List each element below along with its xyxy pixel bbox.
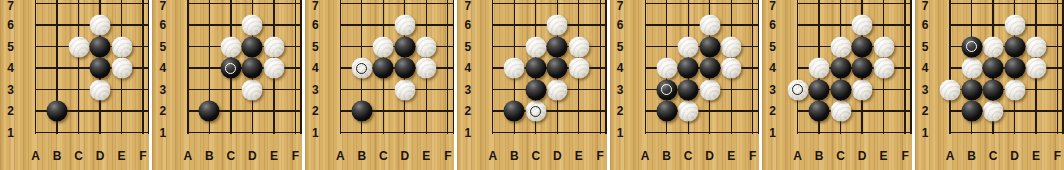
white-stone-E5	[416, 36, 437, 57]
row-label-6: 6	[2, 19, 19, 31]
grid-row-line-1	[35, 132, 150, 133]
go-board-panel-7: 7654321ABCDEF	[915, 0, 1064, 170]
white-stone-E4	[111, 58, 132, 79]
black-stone-B2	[809, 101, 830, 122]
black-stone-B5	[961, 36, 982, 57]
row-label-3: 3	[459, 84, 476, 96]
row-label-4: 4	[917, 62, 934, 74]
column-label-D: D	[244, 150, 261, 162]
column-label-E: E	[265, 150, 282, 162]
white-stone-D6	[90, 15, 111, 36]
black-stone-D5	[394, 36, 415, 57]
white-stone-B4	[504, 58, 525, 79]
go-board-panel-4: 7654321ABCDEF	[457, 0, 606, 170]
black-stone-D5	[852, 36, 873, 57]
column-label-F: F	[897, 150, 912, 162]
column-label-E: E	[1028, 150, 1045, 162]
last-move-marker-B5	[966, 41, 977, 52]
row-label-7: 7	[917, 0, 934, 12]
white-stone-C2	[678, 101, 699, 122]
grid-row-line-1	[187, 132, 302, 133]
row-label-6: 6	[917, 19, 934, 31]
column-label-D: D	[92, 150, 109, 162]
white-stone-B4	[351, 58, 372, 79]
black-stone-C4	[525, 58, 546, 79]
black-stone-C4	[678, 58, 699, 79]
column-label-D: D	[549, 150, 566, 162]
row-label-3: 3	[2, 84, 19, 96]
row-label-6: 6	[154, 19, 171, 31]
column-label-B: B	[658, 150, 675, 162]
row-label-7: 7	[2, 0, 19, 12]
black-stone-C3	[678, 79, 699, 100]
row-label-1: 1	[307, 127, 324, 139]
row-label-2: 2	[154, 105, 171, 117]
column-label-C: C	[375, 150, 392, 162]
white-stone-D3	[1004, 79, 1025, 100]
column-label-E: E	[418, 150, 435, 162]
black-stone-C4	[830, 58, 851, 79]
column-label-D: D	[701, 150, 718, 162]
row-label-7: 7	[307, 0, 324, 12]
black-stone-B2	[961, 101, 982, 122]
white-stone-C2	[525, 101, 546, 122]
column-label-A: A	[332, 150, 349, 162]
column-label-F: F	[439, 150, 454, 162]
row-label-3: 3	[307, 84, 324, 96]
white-stone-C5	[68, 36, 89, 57]
black-stone-D4	[1004, 58, 1025, 79]
black-stone-B2	[351, 101, 372, 122]
row-label-2: 2	[2, 105, 19, 117]
grid-row-line-1	[492, 132, 607, 133]
row-label-4: 4	[612, 62, 629, 74]
white-stone-D3	[699, 79, 720, 100]
black-stone-D5	[242, 36, 263, 57]
black-stone-D4	[90, 58, 111, 79]
row-label-5: 5	[307, 41, 324, 53]
column-label-B: B	[506, 150, 523, 162]
column-label-F: F	[592, 150, 607, 162]
column-label-F: F	[287, 150, 302, 162]
row-label-5: 5	[154, 41, 171, 53]
last-move-marker-B4	[356, 63, 367, 74]
white-stone-A3	[787, 79, 808, 100]
column-label-E: E	[723, 150, 740, 162]
white-stone-E4	[263, 58, 284, 79]
go-board-panel-6: 7654321ABCDEF	[762, 0, 911, 170]
go-board-panel-5: 7654321ABCDEF	[610, 0, 759, 170]
row-label-4: 4	[459, 62, 476, 74]
black-stone-D4	[547, 58, 568, 79]
row-label-1: 1	[2, 127, 19, 139]
white-stone-E5	[263, 36, 284, 57]
column-label-D: D	[396, 150, 413, 162]
white-stone-C5	[830, 36, 851, 57]
go-board-panel-2: 7654321ABCDEF	[152, 0, 301, 170]
white-stone-C2	[830, 101, 851, 122]
black-stone-D4	[242, 58, 263, 79]
black-stone-B2	[504, 101, 525, 122]
column-label-E: E	[875, 150, 892, 162]
row-label-2: 2	[764, 105, 781, 117]
last-move-marker-C4	[225, 63, 236, 74]
white-stone-B4	[961, 58, 982, 79]
column-label-B: B	[201, 150, 218, 162]
column-label-A: A	[637, 150, 654, 162]
white-stone-D6	[852, 15, 873, 36]
column-label-D: D	[1006, 150, 1023, 162]
row-label-1: 1	[612, 127, 629, 139]
black-stone-C3	[830, 79, 851, 100]
white-stone-D3	[90, 79, 111, 100]
white-stone-D3	[242, 79, 263, 100]
column-label-A: A	[789, 150, 806, 162]
last-move-marker-C2	[530, 106, 541, 117]
column-label-B: B	[49, 150, 66, 162]
column-label-F: F	[135, 150, 150, 162]
row-label-2: 2	[459, 105, 476, 117]
grid-row-line-7	[949, 3, 1064, 4]
grid-row-line-7	[492, 3, 607, 4]
black-stone-B3	[656, 79, 677, 100]
row-label-4: 4	[764, 62, 781, 74]
white-stone-D3	[547, 79, 568, 100]
white-stone-E5	[873, 36, 894, 57]
black-stone-B3	[961, 79, 982, 100]
black-stone-B2	[47, 101, 68, 122]
row-label-4: 4	[307, 62, 324, 74]
grid-row-line-7	[35, 3, 150, 4]
row-label-1: 1	[764, 127, 781, 139]
grid-row-line-7	[187, 3, 302, 4]
row-label-1: 1	[459, 127, 476, 139]
white-stone-C5	[525, 36, 546, 57]
black-stone-D5	[547, 36, 568, 57]
row-label-4: 4	[2, 62, 19, 74]
column-label-C: C	[527, 150, 544, 162]
grid-row-line-1	[797, 132, 912, 133]
go-board-panel-1: 7654321ABCDEF	[0, 0, 149, 170]
white-stone-E4	[416, 58, 437, 79]
row-label-1: 1	[917, 127, 934, 139]
white-stone-D6	[699, 15, 720, 36]
row-label-4: 4	[154, 62, 171, 74]
column-label-A: A	[942, 150, 959, 162]
row-label-7: 7	[154, 0, 171, 12]
row-label-6: 6	[764, 19, 781, 31]
column-label-E: E	[570, 150, 587, 162]
black-stone-C3	[525, 79, 546, 100]
column-label-A: A	[27, 150, 44, 162]
row-label-2: 2	[307, 105, 324, 117]
white-stone-D3	[852, 79, 873, 100]
white-stone-D6	[547, 15, 568, 36]
white-stone-C5	[678, 36, 699, 57]
row-label-3: 3	[612, 84, 629, 96]
row-label-7: 7	[459, 0, 476, 12]
white-stone-A3	[940, 79, 961, 100]
black-stone-D5	[1004, 36, 1025, 57]
black-stone-D4	[394, 58, 415, 79]
last-move-marker-A3	[792, 84, 803, 95]
column-label-E: E	[113, 150, 130, 162]
row-label-3: 3	[764, 84, 781, 96]
white-stone-E4	[873, 58, 894, 79]
black-stone-D4	[699, 58, 720, 79]
column-label-A: A	[179, 150, 196, 162]
row-label-5: 5	[764, 41, 781, 53]
row-label-5: 5	[612, 41, 629, 53]
column-label-C: C	[222, 150, 239, 162]
white-stone-D6	[394, 15, 415, 36]
column-label-F: F	[744, 150, 759, 162]
grid-row-line-1	[949, 132, 1064, 133]
grid-row-line-1	[645, 132, 760, 133]
row-label-1: 1	[154, 127, 171, 139]
column-label-B: B	[811, 150, 828, 162]
column-label-F: F	[1049, 150, 1064, 162]
row-label-6: 6	[307, 19, 324, 31]
white-stone-E5	[721, 36, 742, 57]
go-diagram-strip: 7654321ABCDEF7654321ABCDEF7654321ABCDEF7…	[0, 0, 1064, 170]
black-stone-B2	[199, 101, 220, 122]
white-stone-E4	[1026, 58, 1047, 79]
last-move-marker-B3	[661, 84, 672, 95]
white-stone-B4	[656, 58, 677, 79]
go-board-panel-3: 7654321ABCDEF	[305, 0, 454, 170]
row-label-7: 7	[764, 0, 781, 12]
row-label-3: 3	[917, 84, 934, 96]
column-label-C: C	[985, 150, 1002, 162]
black-stone-B2	[656, 101, 677, 122]
grid-row-line-7	[645, 3, 760, 4]
black-stone-D5	[699, 36, 720, 57]
white-stone-E5	[568, 36, 589, 57]
row-label-6: 6	[459, 19, 476, 31]
grid-row-line-7	[797, 3, 912, 4]
black-stone-C4	[373, 58, 394, 79]
row-label-5: 5	[2, 41, 19, 53]
white-stone-E5	[1026, 36, 1047, 57]
black-stone-D4	[852, 58, 873, 79]
row-label-5: 5	[459, 41, 476, 53]
white-stone-D6	[1004, 15, 1025, 36]
white-stone-C5	[983, 36, 1004, 57]
column-label-A: A	[484, 150, 501, 162]
row-label-2: 2	[917, 105, 934, 117]
grid-row-line-7	[340, 3, 455, 4]
column-label-B: B	[353, 150, 370, 162]
white-stone-E4	[568, 58, 589, 79]
white-stone-B4	[809, 58, 830, 79]
black-stone-C4	[220, 58, 241, 79]
row-label-6: 6	[612, 19, 629, 31]
black-stone-D5	[90, 36, 111, 57]
white-stone-C5	[220, 36, 241, 57]
row-label-7: 7	[612, 0, 629, 12]
white-stone-C5	[373, 36, 394, 57]
white-stone-E4	[721, 58, 742, 79]
column-label-C: C	[680, 150, 697, 162]
black-stone-C4	[983, 58, 1004, 79]
white-stone-C2	[983, 101, 1004, 122]
grid-row-line-1	[340, 132, 455, 133]
white-stone-E5	[111, 36, 132, 57]
row-label-3: 3	[154, 84, 171, 96]
white-stone-D3	[394, 79, 415, 100]
column-label-C: C	[832, 150, 849, 162]
column-label-D: D	[854, 150, 871, 162]
row-label-5: 5	[917, 41, 934, 53]
column-label-B: B	[963, 150, 980, 162]
column-label-C: C	[70, 150, 87, 162]
black-stone-C3	[983, 79, 1004, 100]
black-stone-B3	[809, 79, 830, 100]
white-stone-D6	[242, 15, 263, 36]
row-label-2: 2	[612, 105, 629, 117]
